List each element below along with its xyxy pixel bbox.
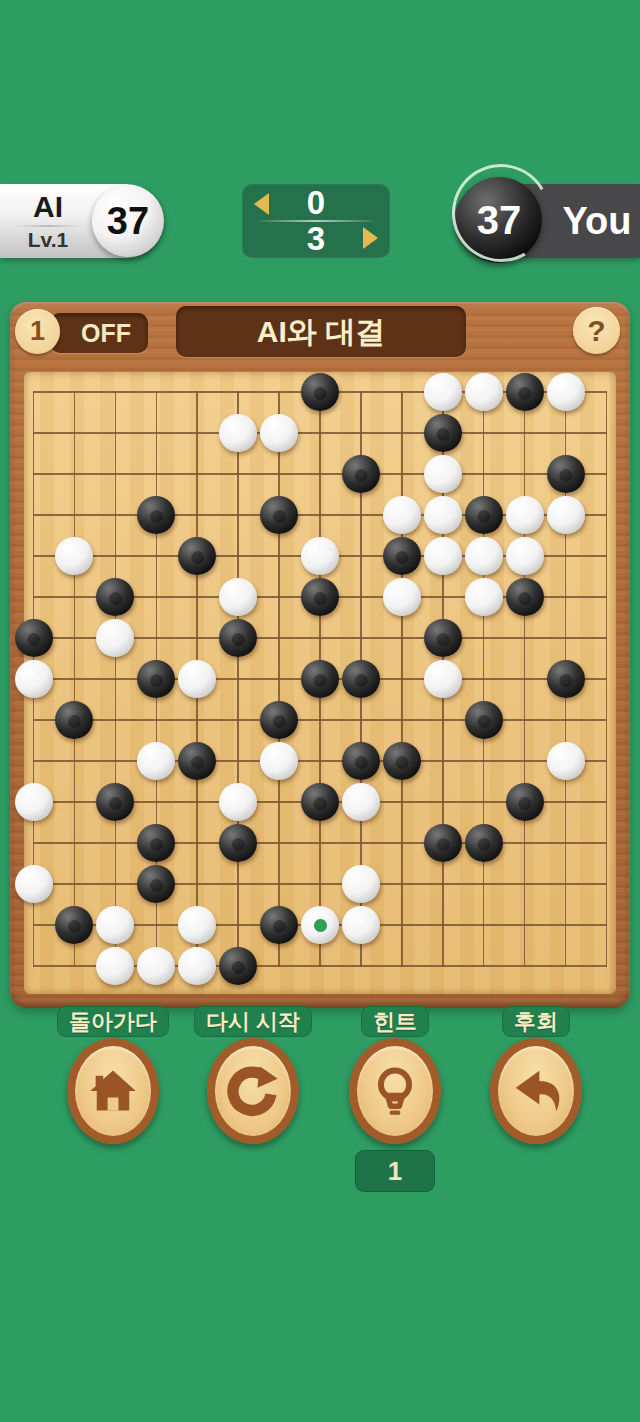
white-stone: ○ (383, 578, 421, 616)
white-stone: ○ (383, 496, 421, 534)
black-stone: ● (178, 537, 216, 575)
black-stone: ● (137, 824, 175, 862)
you-name: You (554, 200, 640, 243)
black-stone: ● (219, 619, 257, 657)
grid-line (33, 883, 608, 885)
white-stone-icon: 37 (92, 185, 164, 257)
white-stone: ○ (96, 947, 134, 985)
ai-stone-count: 37 (107, 200, 149, 242)
black-stone: ● (260, 906, 298, 944)
white-stone: ○ (465, 373, 503, 411)
move-number-badge[interactable]: 1 (15, 309, 60, 354)
grid-line (33, 719, 608, 721)
white-stone: ○ (465, 578, 503, 616)
white-stone: ○ (424, 373, 462, 411)
hint-button[interactable] (349, 1038, 441, 1144)
white-stone: ○ (96, 619, 134, 657)
hint-count: 1 (355, 1150, 435, 1192)
white-stone: ○ (547, 496, 585, 534)
undo-button[interactable] (490, 1038, 582, 1144)
grid-line (33, 842, 608, 844)
black-stone: ● (506, 373, 544, 411)
control-home: 돌아가다 (57, 1006, 169, 1144)
white-stone: ○ (260, 742, 298, 780)
black-stone: ● (301, 373, 339, 411)
hint-bulb-icon (369, 1065, 421, 1117)
ai-level: Lv.1 (0, 228, 96, 252)
black-stone: ● (301, 578, 339, 616)
hint-label: 힌트 (361, 1006, 429, 1037)
ai-name: AI (0, 190, 96, 224)
round-current: 0 (242, 184, 390, 222)
white-stone: ○ (137, 742, 175, 780)
home-icon (87, 1065, 139, 1117)
white-stone: ○ (96, 906, 134, 944)
white-stone: ○ (342, 865, 380, 903)
grid-line (524, 391, 526, 967)
black-stone: ● (15, 619, 53, 657)
black-stone: ● (260, 496, 298, 534)
black-stone: ● (383, 742, 421, 780)
black-stone: ● (342, 455, 380, 493)
restart-icon (226, 1064, 280, 1118)
round-counter: 0 3 (242, 184, 390, 258)
restart-button[interactable] (207, 1038, 299, 1144)
help-button[interactable]: ? (573, 307, 620, 354)
turn-indicator-ring (441, 153, 561, 273)
black-stone: ● (260, 701, 298, 739)
game-title: AI와 대결 (176, 306, 466, 357)
white-stone: ○ (137, 947, 175, 985)
undo-icon (509, 1064, 563, 1118)
black-stone: ● (465, 496, 503, 534)
black-stone: ● (137, 865, 175, 903)
white-stone: ○ (219, 414, 257, 452)
white-stone: ○ (547, 373, 585, 411)
grid-line (606, 391, 608, 967)
black-stone: ● (547, 660, 585, 698)
white-stone: ○ (424, 537, 462, 575)
white-stone: ○ (15, 660, 53, 698)
grid-line (483, 391, 485, 967)
black-stone: ● (219, 824, 257, 862)
white-stone: ○ (15, 865, 53, 903)
black-stone-icon: 37 (456, 177, 542, 263)
white-stone: ○ (15, 783, 53, 821)
control-restart: 다시 시작 (194, 1006, 312, 1144)
black-stone: ● (55, 701, 93, 739)
go-board[interactable]: ●○○●○○○●●○●●●○○●○○○●○●○○○●○●○○●●○●●○●○●●… (24, 372, 616, 994)
white-stone: ○ (424, 660, 462, 698)
black-stone: ● (424, 824, 462, 862)
black-stone: ● (424, 619, 462, 657)
ai-name-divider (14, 225, 82, 227)
bottom-controls: 돌아가다 다시 시작 힌트 1 후회 (0, 1006, 640, 1206)
white-stone: ○ (424, 455, 462, 493)
white-stone: ○ (219, 783, 257, 821)
white-stone: ○ (178, 660, 216, 698)
black-stone: ● (342, 660, 380, 698)
last-move-marker (314, 919, 327, 932)
black-stone: ● (424, 414, 462, 452)
white-stone: ○ (219, 578, 257, 616)
white-stone: ○ (424, 496, 462, 534)
black-stone: ● (96, 783, 134, 821)
white-stone: ○ (55, 537, 93, 575)
control-hint: 힌트 1 (349, 1006, 441, 1192)
black-stone: ● (96, 578, 134, 616)
grid-line (33, 760, 608, 762)
black-stone: ● (137, 496, 175, 534)
white-stone: ○ (178, 906, 216, 944)
white-stone: ○ (547, 742, 585, 780)
white-stone: ○ (301, 537, 339, 575)
you-score-panel: 37 You (454, 184, 640, 258)
control-undo: 후회 (490, 1006, 582, 1144)
black-stone: ● (137, 660, 175, 698)
home-button[interactable] (67, 1038, 159, 1144)
white-stone: ○ (342, 783, 380, 821)
restart-label: 다시 시작 (194, 1006, 312, 1037)
white-stone: ○ (506, 496, 544, 534)
black-stone: ● (465, 701, 503, 739)
black-stone: ● (301, 783, 339, 821)
black-stone: ● (506, 578, 544, 616)
black-stone: ● (465, 824, 503, 862)
black-stone: ● (178, 742, 216, 780)
black-stone: ● (301, 660, 339, 698)
white-stone: ○ (465, 537, 503, 575)
white-stone: ○ (260, 414, 298, 452)
white-stone: ○ (178, 947, 216, 985)
white-stone: ○ (506, 537, 544, 575)
black-stone: ● (383, 537, 421, 575)
ai-score-panel: AI Lv.1 37 (0, 184, 163, 258)
black-stone: ● (547, 455, 585, 493)
round-next-arrow-icon[interactable] (363, 227, 378, 249)
black-stone: ● (219, 947, 257, 985)
home-label: 돌아가다 (57, 1006, 169, 1037)
black-stone: ● (342, 742, 380, 780)
undo-label: 후회 (502, 1006, 570, 1037)
move-number-toggle[interactable]: OFF (50, 313, 148, 353)
white-stone: ○ (342, 906, 380, 944)
black-stone: ● (55, 906, 93, 944)
grid-line (401, 391, 403, 967)
black-stone: ● (506, 783, 544, 821)
